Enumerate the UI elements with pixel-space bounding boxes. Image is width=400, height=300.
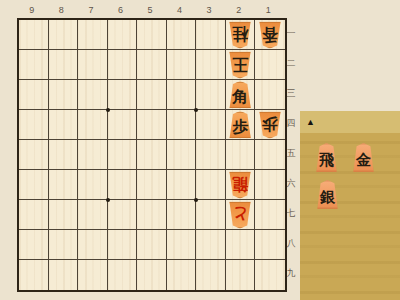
piece-歩-sente[interactable]: 歩 — [228, 111, 252, 138]
board-square-7七[interactable] — [78, 200, 108, 230]
board-square-7一[interactable] — [78, 20, 108, 50]
board-square-5七[interactable] — [137, 200, 167, 230]
star-point — [106, 198, 110, 202]
file-label: 8 — [47, 4, 77, 17]
board-square-6五[interactable] — [108, 140, 138, 170]
piece-glyph: 飛 — [319, 152, 334, 172]
board-square-9一[interactable] — [19, 20, 49, 50]
board-square-9四[interactable] — [19, 110, 49, 140]
piece-glyph: と — [232, 201, 248, 221]
file-label: 6 — [106, 4, 136, 17]
board-square-4七[interactable] — [167, 200, 197, 230]
board-square-1二[interactable] — [255, 50, 285, 80]
piece-glyph: 龍 — [232, 171, 248, 191]
board-square-3五[interactable] — [196, 140, 226, 170]
board-square-5六[interactable] — [137, 170, 167, 200]
hand-piece-飛[interactable]: 飛 — [315, 143, 338, 172]
board-square-3一[interactable] — [196, 20, 226, 50]
piece-glyph: 桂 — [232, 21, 248, 41]
file-label: 5 — [135, 4, 165, 17]
piece-glyph: 歩 — [232, 118, 248, 138]
board-square-2一[interactable]: 桂 — [226, 20, 256, 50]
board-square-7二[interactable] — [78, 50, 108, 80]
piece-glyph: 王 — [232, 51, 248, 71]
board-square-1三[interactable] — [255, 80, 285, 110]
board-square-9五[interactable] — [19, 140, 49, 170]
hand-piece-金[interactable]: 金 — [352, 143, 375, 172]
piece-glyph: 香 — [262, 21, 278, 41]
file-labels: 987654321 — [17, 4, 283, 17]
board-square-8九[interactable] — [49, 260, 79, 290]
board-square-9九[interactable] — [19, 260, 49, 290]
file-label: 1 — [253, 4, 283, 17]
board-square-8四[interactable] — [49, 110, 79, 140]
board-square-1八[interactable] — [255, 230, 285, 260]
file-label: 3 — [194, 4, 224, 17]
file-label: 9 — [17, 4, 47, 17]
board-square-9二[interactable] — [19, 50, 49, 80]
board-square-1六[interactable] — [255, 170, 285, 200]
board-square-6一[interactable] — [108, 20, 138, 50]
board-square-2六[interactable]: 龍 — [226, 170, 256, 200]
komadai-header: ▲ — [300, 111, 400, 133]
komadai-sente: ▲ 飛金銀 — [300, 111, 400, 300]
board-square-4二[interactable] — [167, 50, 197, 80]
piece-glyph: 角 — [232, 88, 248, 108]
board-square-5九[interactable] — [137, 260, 167, 290]
board-square-4八[interactable] — [167, 230, 197, 260]
board-square-2四[interactable]: 歩 — [226, 110, 256, 140]
board-square-6七[interactable] — [108, 200, 138, 230]
board-square-8一[interactable] — [49, 20, 79, 50]
board-square-8七[interactable] — [49, 200, 79, 230]
piece-香-gote[interactable]: 香 — [258, 21, 282, 48]
star-point — [194, 198, 198, 202]
board-square-4六[interactable] — [167, 170, 197, 200]
board-square-7八[interactable] — [78, 230, 108, 260]
board-square-6四[interactable] — [108, 110, 138, 140]
board-square-2七[interactable]: と — [226, 200, 256, 230]
board-square-8六[interactable] — [49, 170, 79, 200]
board-square-1七[interactable] — [255, 200, 285, 230]
board-square-4四[interactable] — [167, 110, 197, 140]
board-square-3六[interactable] — [196, 170, 226, 200]
board-square-3八[interactable] — [196, 230, 226, 260]
board-square-7四[interactable] — [78, 110, 108, 140]
board-square-9三[interactable] — [19, 80, 49, 110]
board-square-5四[interactable] — [137, 110, 167, 140]
hand-piece-銀[interactable]: 銀 — [316, 180, 339, 209]
star-point — [194, 108, 198, 112]
board-square-2九[interactable] — [226, 260, 256, 290]
board-square-6二[interactable] — [108, 50, 138, 80]
board-square-6八[interactable] — [108, 230, 138, 260]
board-square-6六[interactable] — [108, 170, 138, 200]
board-square-5五[interactable] — [137, 140, 167, 170]
shogi-app: 987654321 一二三四五六七八九 桂香王角歩歩龍と ▲ 飛金銀 — [0, 0, 400, 300]
board-square-4五[interactable] — [167, 140, 197, 170]
board-square-3四[interactable] — [196, 110, 226, 140]
board-square-1九[interactable] — [255, 260, 285, 290]
piece-glyph: 歩 — [262, 111, 278, 131]
board-square-1四[interactable]: 歩 — [255, 110, 285, 140]
piece-glyph: 銀 — [320, 189, 335, 209]
board-square-8五[interactable] — [49, 140, 79, 170]
piece-glyph: 金 — [356, 152, 371, 172]
star-point — [106, 108, 110, 112]
board-square-7六[interactable] — [78, 170, 108, 200]
board-square-2五[interactable] — [226, 140, 256, 170]
board-square-6九[interactable] — [108, 260, 138, 290]
board-square-2三[interactable]: 角 — [226, 80, 256, 110]
board-square-4九[interactable] — [167, 260, 197, 290]
board-square-9七[interactable] — [19, 200, 49, 230]
board-square-1五[interactable] — [255, 140, 285, 170]
board-square-5三[interactable] — [137, 80, 167, 110]
piece-歩-gote[interactable]: 歩 — [258, 111, 282, 138]
sente-turn-marker-icon: ▲ — [306, 118, 315, 127]
shogi-board: 桂香王角歩歩龍と — [17, 18, 287, 292]
piece-王-gote[interactable]: 王 — [228, 51, 252, 78]
board-square-2二[interactable]: 王 — [226, 50, 256, 80]
board-square-4一[interactable] — [167, 20, 197, 50]
board-square-5二[interactable] — [137, 50, 167, 80]
board-square-1一[interactable]: 香 — [255, 20, 285, 50]
board-square-2八[interactable] — [226, 230, 256, 260]
board-square-5八[interactable] — [137, 230, 167, 260]
board-square-7五[interactable] — [78, 140, 108, 170]
board-square-8八[interactable] — [49, 230, 79, 260]
board-square-3九[interactable] — [196, 260, 226, 290]
piece-角-sente[interactable]: 角 — [228, 81, 252, 108]
board-square-5一[interactable] — [137, 20, 167, 50]
board-square-3七[interactable] — [196, 200, 226, 230]
board-square-4三[interactable] — [167, 80, 197, 110]
piece-と-gote[interactable]: と — [228, 201, 252, 228]
board-square-9六[interactable] — [19, 170, 49, 200]
file-label: 7 — [76, 4, 106, 17]
file-label: 2 — [224, 4, 254, 17]
board-square-8二[interactable] — [49, 50, 79, 80]
board-square-6三[interactable] — [108, 80, 138, 110]
board-square-7三[interactable] — [78, 80, 108, 110]
board-square-8三[interactable] — [49, 80, 79, 110]
board-square-3三[interactable] — [196, 80, 226, 110]
board-square-3二[interactable] — [196, 50, 226, 80]
board-square-7九[interactable] — [78, 260, 108, 290]
file-label: 4 — [165, 4, 195, 17]
piece-龍-gote[interactable]: 龍 — [228, 171, 252, 198]
piece-桂-gote[interactable]: 桂 — [228, 21, 252, 48]
board-square-9八[interactable] — [19, 230, 49, 260]
